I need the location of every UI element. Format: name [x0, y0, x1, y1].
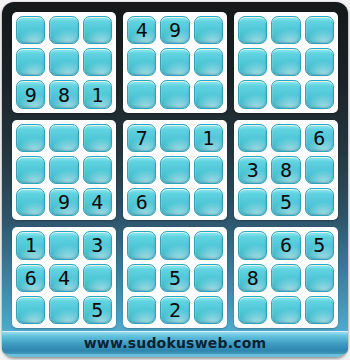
cell-r6c2[interactable]: 9 [49, 188, 78, 216]
cell-r2c1[interactable] [16, 48, 45, 76]
cell-r9c1[interactable] [16, 296, 45, 324]
cell-r8c5[interactable]: 5 [160, 264, 189, 292]
cell-r9c5[interactable]: 2 [160, 296, 189, 324]
cell-r5c1[interactable] [16, 156, 45, 184]
cell-r9c7[interactable] [238, 296, 267, 324]
cell-r6c9[interactable] [305, 188, 334, 216]
box-6: 6385 [234, 120, 338, 221]
cell-r5c2[interactable] [49, 156, 78, 184]
sudoku-board: 981499471663851364552658 [12, 12, 338, 328]
cell-r7c5[interactable] [160, 231, 189, 259]
cell-r3c6[interactable] [194, 80, 223, 108]
box-3 [234, 12, 338, 113]
cell-r8c7[interactable]: 8 [238, 264, 267, 292]
cell-r4c5[interactable] [160, 124, 189, 152]
cell-r8c6[interactable] [194, 264, 223, 292]
cell-r1c4[interactable]: 4 [127, 16, 156, 44]
cell-r8c2[interactable]: 4 [49, 264, 78, 292]
cell-r6c1[interactable] [16, 188, 45, 216]
cell-r9c2[interactable] [49, 296, 78, 324]
cell-r8c9[interactable] [305, 264, 334, 292]
cell-r5c8[interactable]: 8 [271, 156, 300, 184]
footer-band: www.sudokusweb.com [2, 331, 348, 354]
cell-r7c1[interactable]: 1 [16, 231, 45, 259]
board-frame: 981499471663851364552658 www.sudokusweb.… [2, 2, 348, 357]
box-2: 49 [123, 12, 227, 113]
cell-r7c9[interactable]: 5 [305, 231, 334, 259]
cell-r6c7[interactable] [238, 188, 267, 216]
cell-r3c1[interactable]: 9 [16, 80, 45, 108]
cell-r3c8[interactable] [271, 80, 300, 108]
cell-r1c1[interactable] [16, 16, 45, 44]
cell-r5c5[interactable] [160, 156, 189, 184]
cell-r7c4[interactable] [127, 231, 156, 259]
cell-r7c2[interactable] [49, 231, 78, 259]
cell-r3c5[interactable] [160, 80, 189, 108]
cell-r5c3[interactable] [83, 156, 112, 184]
box-9: 658 [234, 227, 338, 328]
website-link[interactable]: www.sudokusweb.com [84, 335, 267, 351]
cell-r4c7[interactable] [238, 124, 267, 152]
cell-r8c3[interactable] [83, 264, 112, 292]
box-8: 52 [123, 227, 227, 328]
cell-r4c8[interactable] [271, 124, 300, 152]
box-5: 716 [123, 120, 227, 221]
cell-r9c9[interactable] [305, 296, 334, 324]
cell-r3c4[interactable] [127, 80, 156, 108]
cell-r5c7[interactable]: 3 [238, 156, 267, 184]
cell-r4c6[interactable]: 1 [194, 124, 223, 152]
cell-r5c4[interactable] [127, 156, 156, 184]
cell-r7c7[interactable] [238, 231, 267, 259]
cell-r7c3[interactable]: 3 [83, 231, 112, 259]
cell-r4c1[interactable] [16, 124, 45, 152]
cell-r3c3[interactable]: 1 [83, 80, 112, 108]
cell-r2c7[interactable] [238, 48, 267, 76]
cell-r2c2[interactable] [49, 48, 78, 76]
cell-r6c5[interactable] [160, 188, 189, 216]
cell-r4c9[interactable]: 6 [305, 124, 334, 152]
cell-r8c1[interactable]: 6 [16, 264, 45, 292]
cell-r9c8[interactable] [271, 296, 300, 324]
cell-r6c3[interactable]: 4 [83, 188, 112, 216]
cell-r8c8[interactable] [271, 264, 300, 292]
cell-r2c3[interactable] [83, 48, 112, 76]
cell-r9c4[interactable] [127, 296, 156, 324]
cell-r4c4[interactable]: 7 [127, 124, 156, 152]
cell-r4c2[interactable] [49, 124, 78, 152]
cell-r5c6[interactable] [194, 156, 223, 184]
cell-r7c6[interactable] [194, 231, 223, 259]
box-4: 94 [12, 120, 116, 221]
cell-r6c8[interactable]: 5 [271, 188, 300, 216]
cell-r2c4[interactable] [127, 48, 156, 76]
cell-r5c9[interactable] [305, 156, 334, 184]
cell-r2c8[interactable] [271, 48, 300, 76]
cell-r7c8[interactable]: 6 [271, 231, 300, 259]
cell-r9c6[interactable] [194, 296, 223, 324]
sudoku-widget: 981499471663851364552658 www.sudokusweb.… [0, 0, 350, 360]
cell-r3c9[interactable] [305, 80, 334, 108]
cell-r1c2[interactable] [49, 16, 78, 44]
cell-r1c3[interactable] [83, 16, 112, 44]
cell-r1c9[interactable] [305, 16, 334, 44]
cell-r2c9[interactable] [305, 48, 334, 76]
cell-r3c7[interactable] [238, 80, 267, 108]
cell-r1c6[interactable] [194, 16, 223, 44]
cell-r1c7[interactable] [238, 16, 267, 44]
cell-r8c4[interactable] [127, 264, 156, 292]
cell-r2c6[interactable] [194, 48, 223, 76]
cell-r3c2[interactable]: 8 [49, 80, 78, 108]
cell-r6c4[interactable]: 6 [127, 188, 156, 216]
cell-r9c3[interactable]: 5 [83, 296, 112, 324]
cell-r2c5[interactable] [160, 48, 189, 76]
cell-r1c8[interactable] [271, 16, 300, 44]
box-1: 981 [12, 12, 116, 113]
cell-r1c5[interactable]: 9 [160, 16, 189, 44]
box-7: 13645 [12, 227, 116, 328]
cell-r4c3[interactable] [83, 124, 112, 152]
cell-r6c6[interactable] [194, 188, 223, 216]
